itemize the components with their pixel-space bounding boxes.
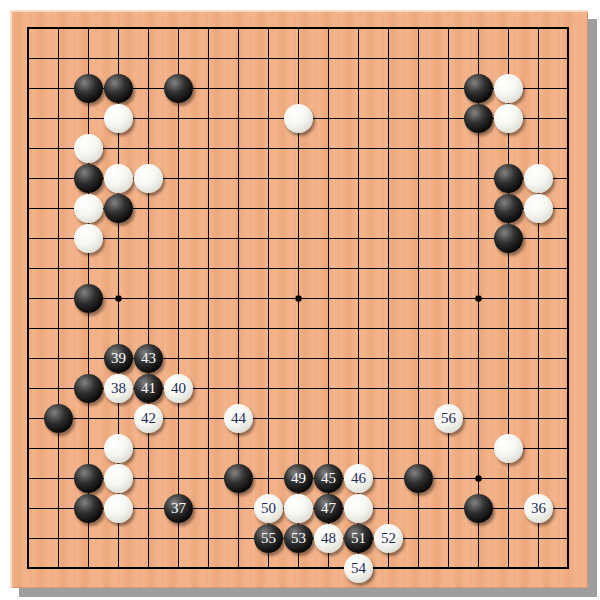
- star-point: [475, 475, 481, 481]
- move-number-label: 53: [291, 531, 306, 546]
- go-diagram-page: 3943384140424456494546375047365553485152…: [0, 0, 600, 600]
- move-number-label: 49: [291, 471, 306, 486]
- move-number-label: 46: [351, 471, 366, 486]
- stone-black-C4[interactable]: [74, 464, 103, 493]
- move-number-label: 43: [141, 351, 156, 366]
- stone-black-O4[interactable]: [404, 464, 433, 493]
- stone-white-M4-move-46[interactable]: 46: [344, 464, 373, 493]
- stone-black-H4[interactable]: [224, 464, 253, 493]
- move-number-label: 54: [351, 561, 366, 576]
- stone-black-M2-move-51[interactable]: 51: [344, 524, 373, 553]
- move-number-label: 44: [231, 411, 246, 426]
- move-number-label: 39: [111, 351, 126, 366]
- stone-white-R17[interactable]: [494, 74, 523, 103]
- stone-white-K3[interactable]: [284, 494, 313, 523]
- stone-black-Q16[interactable]: [464, 104, 493, 133]
- stone-white-S14[interactable]: [524, 164, 553, 193]
- stone-white-N2-move-52[interactable]: 52: [374, 524, 403, 553]
- star-point: [475, 295, 481, 301]
- go-board[interactable]: 3943384140424456494546375047365553485152…: [10, 10, 588, 588]
- stone-black-R14[interactable]: [494, 164, 523, 193]
- stone-white-M1-move-54[interactable]: 54: [344, 554, 373, 583]
- stone-white-C12[interactable]: [74, 224, 103, 253]
- stone-black-E7-move-41[interactable]: 41: [134, 374, 163, 403]
- stone-white-D5[interactable]: [104, 434, 133, 463]
- stone-white-E14[interactable]: [134, 164, 163, 193]
- stone-white-E6-move-42[interactable]: 42: [134, 404, 163, 433]
- move-number-label: 52: [381, 531, 396, 546]
- star-point: [115, 295, 121, 301]
- move-number-label: 40: [171, 381, 186, 396]
- stone-white-D14[interactable]: [104, 164, 133, 193]
- move-number-label: 51: [351, 531, 366, 546]
- stone-white-H6-move-44[interactable]: 44: [224, 404, 253, 433]
- move-number-label: 37: [171, 501, 186, 516]
- move-number-label: 56: [441, 411, 456, 426]
- stone-black-Q17[interactable]: [464, 74, 493, 103]
- stone-white-C13[interactable]: [74, 194, 103, 223]
- stone-black-D13[interactable]: [104, 194, 133, 223]
- move-number-label: 45: [321, 471, 336, 486]
- move-number-label: 47: [321, 501, 336, 516]
- stone-white-M3[interactable]: [344, 494, 373, 523]
- move-number-label: 41: [141, 381, 156, 396]
- stone-black-F17[interactable]: [164, 74, 193, 103]
- stone-black-R13[interactable]: [494, 194, 523, 223]
- stone-white-S3-move-36[interactable]: 36: [524, 494, 553, 523]
- move-number-label: 55: [261, 531, 276, 546]
- move-number-label: 48: [321, 531, 336, 546]
- stone-white-P6-move-56[interactable]: 56: [434, 404, 463, 433]
- stone-black-F3-move-37[interactable]: 37: [164, 494, 193, 523]
- stone-white-K16[interactable]: [284, 104, 313, 133]
- stone-white-D3[interactable]: [104, 494, 133, 523]
- stone-white-D7-move-38[interactable]: 38: [104, 374, 133, 403]
- stone-black-B6[interactable]: [44, 404, 73, 433]
- stone-white-D4[interactable]: [104, 464, 133, 493]
- stone-black-D8-move-39[interactable]: 39: [104, 344, 133, 373]
- move-number-label: 36: [531, 501, 546, 516]
- stone-white-R16[interactable]: [494, 104, 523, 133]
- stone-white-D16[interactable]: [104, 104, 133, 133]
- stone-black-L3-move-47[interactable]: 47: [314, 494, 343, 523]
- stone-white-S13[interactable]: [524, 194, 553, 223]
- move-number-label: 42: [141, 411, 156, 426]
- stone-black-C14[interactable]: [74, 164, 103, 193]
- stone-black-K4-move-49[interactable]: 49: [284, 464, 313, 493]
- stone-black-R12[interactable]: [494, 224, 523, 253]
- stone-black-Q3[interactable]: [464, 494, 493, 523]
- stone-white-J3-move-50[interactable]: 50: [254, 494, 283, 523]
- stone-black-C3[interactable]: [74, 494, 103, 523]
- stone-black-E8-move-43[interactable]: 43: [134, 344, 163, 373]
- stone-black-K2-move-53[interactable]: 53: [284, 524, 313, 553]
- stone-white-F7-move-40[interactable]: 40: [164, 374, 193, 403]
- stone-black-D17[interactable]: [104, 74, 133, 103]
- stone-white-R5[interactable]: [494, 434, 523, 463]
- stone-black-C17[interactable]: [74, 74, 103, 103]
- stone-white-L2-move-48[interactable]: 48: [314, 524, 343, 553]
- move-number-label: 38: [111, 381, 126, 396]
- star-point: [295, 295, 301, 301]
- move-number-label: 50: [261, 501, 276, 516]
- stone-black-L4-move-45[interactable]: 45: [314, 464, 343, 493]
- stone-black-C7[interactable]: [74, 374, 103, 403]
- stone-black-J2-move-55[interactable]: 55: [254, 524, 283, 553]
- stone-black-C10[interactable]: [74, 284, 103, 313]
- stone-white-C15[interactable]: [74, 134, 103, 163]
